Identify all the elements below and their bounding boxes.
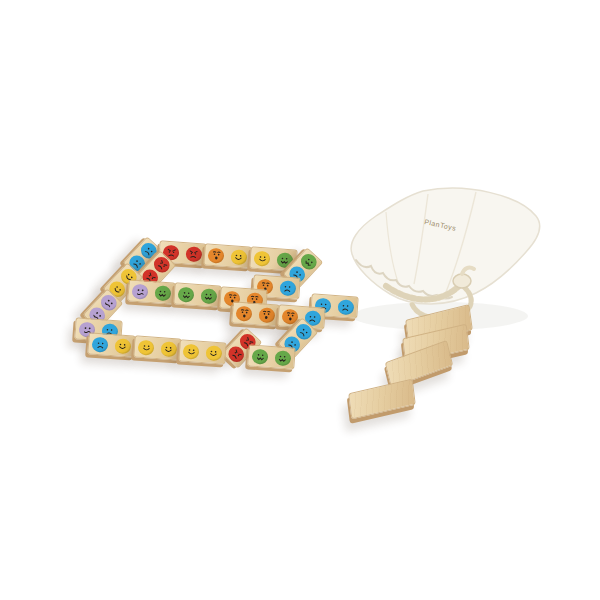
- emotion-face-scared-purple: [132, 283, 149, 299]
- emotion-face-happy-yellow: [231, 249, 248, 265]
- domino-tile-green-green[interactable]: [247, 344, 295, 369]
- bag-body: [351, 188, 540, 304]
- emotion-face-happy-yellow: [254, 250, 271, 266]
- emotion-face-surprised-orange: [259, 306, 276, 322]
- emotion-face-happy-yellow: [206, 344, 223, 360]
- emotion-face-happy-yellow: [137, 339, 154, 355]
- domino-tile-orange-yellow[interactable]: [204, 243, 252, 268]
- facedown-domino[interactable]: [348, 379, 415, 420]
- domino-tile-yellow-yellow[interactable]: [133, 336, 181, 361]
- emotion-face-sad-blue: [279, 280, 296, 296]
- emotion-face-disgusted-green: [251, 348, 268, 364]
- emotion-face-happy-yellow: [160, 341, 177, 357]
- product-scene: PlanToys: [0, 0, 600, 600]
- emotion-face-happy-yellow: [114, 338, 131, 354]
- emotion-face-disgusted-green: [200, 288, 217, 304]
- domino-tile-orange-orange[interactable]: [232, 301, 280, 326]
- emotion-face-disgusted-green: [155, 285, 172, 301]
- domino-tile-green-green[interactable]: [173, 283, 221, 308]
- domino-tile-yellow-yellow[interactable]: [179, 339, 227, 364]
- emotion-face-disgusted-green: [178, 287, 195, 303]
- domino-tile-blue-yellow[interactable]: [87, 332, 135, 357]
- emotion-face-disgusted-green: [274, 349, 291, 365]
- emotion-face-angry-red: [185, 245, 202, 261]
- emotion-face-surprised-orange: [208, 247, 225, 263]
- emotion-face-sad-blue: [92, 336, 109, 352]
- bag-cord-knot: [453, 274, 471, 288]
- emotion-face-happy-yellow: [183, 343, 200, 359]
- emotion-face-surprised-orange: [236, 305, 253, 321]
- domino-tile-purple-green[interactable]: [128, 279, 176, 304]
- emotion-face-sad-blue: [337, 298, 354, 314]
- wood-grain: [349, 380, 414, 418]
